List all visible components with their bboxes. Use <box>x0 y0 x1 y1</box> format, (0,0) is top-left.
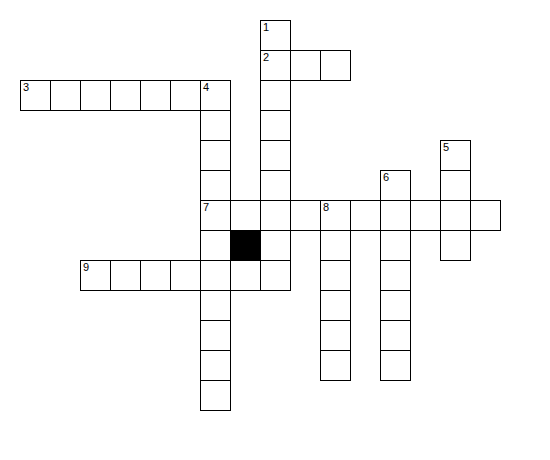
cell-r11-c10[interactable] <box>320 350 351 381</box>
cell-r8-c2[interactable]: 9 <box>80 260 111 291</box>
cell-r6-c7[interactable] <box>230 200 261 231</box>
clue-number-5: 5 <box>443 142 449 153</box>
cell-r6-c13[interactable] <box>410 200 441 231</box>
cell-r6-c9[interactable] <box>290 200 321 231</box>
cell-r1-c10[interactable] <box>320 50 351 81</box>
clue-number-4: 4 <box>203 82 209 93</box>
crossword-board: 123456789 <box>0 0 550 460</box>
cell-r9-c10[interactable] <box>320 290 351 321</box>
cell-r2-c0[interactable]: 3 <box>20 80 51 111</box>
clue-number-2: 2 <box>263 52 269 63</box>
cell-r12-c6[interactable] <box>200 380 231 411</box>
cell-r3-c6[interactable] <box>200 110 231 141</box>
cell-r11-c6[interactable] <box>200 350 231 381</box>
cell-r7-c12[interactable] <box>380 230 411 261</box>
cell-r2-c8[interactable] <box>260 80 291 111</box>
clue-number-8: 8 <box>323 202 329 213</box>
cell-r8-c6[interactable] <box>200 260 231 291</box>
cell-r8-c7[interactable] <box>230 260 261 291</box>
cell-r4-c14[interactable]: 5 <box>440 140 471 171</box>
cell-r6-c12[interactable] <box>380 200 411 231</box>
cell-r5-c12[interactable]: 6 <box>380 170 411 201</box>
clue-number-1: 1 <box>263 22 269 33</box>
cell-r5-c8[interactable] <box>260 170 291 201</box>
cell-r2-c5[interactable] <box>170 80 201 111</box>
cell-r8-c10[interactable] <box>320 260 351 291</box>
cell-r2-c4[interactable] <box>140 80 171 111</box>
cell-r6-c8[interactable] <box>260 200 291 231</box>
cell-r2-c3[interactable] <box>110 80 141 111</box>
cell-r1-c9[interactable] <box>290 50 321 81</box>
cell-r7-c14[interactable] <box>440 230 471 261</box>
cell-r8-c5[interactable] <box>170 260 201 291</box>
cell-r9-c6[interactable] <box>200 290 231 321</box>
cell-r7-c8[interactable] <box>260 230 291 261</box>
cell-r9-c12[interactable] <box>380 290 411 321</box>
cell-r7-c6[interactable] <box>200 230 231 261</box>
clue-number-6: 6 <box>383 172 389 183</box>
cell-r7-c10[interactable] <box>320 230 351 261</box>
cell-r11-c12[interactable] <box>380 350 411 381</box>
cell-r8-c4[interactable] <box>140 260 171 291</box>
cell-r6-c6[interactable]: 7 <box>200 200 231 231</box>
cell-r6-c15[interactable] <box>470 200 501 231</box>
cell-r5-c6[interactable] <box>200 170 231 201</box>
clue-number-3: 3 <box>23 82 29 93</box>
cell-r2-c2[interactable] <box>80 80 111 111</box>
cell-r0-c8[interactable]: 1 <box>260 20 291 51</box>
cell-r2-c1[interactable] <box>50 80 81 111</box>
cell-r2-c6[interactable]: 4 <box>200 80 231 111</box>
cell-r6-c11[interactable] <box>350 200 381 231</box>
cell-r4-c8[interactable] <box>260 140 291 171</box>
cell-r3-c8[interactable] <box>260 110 291 141</box>
cell-r10-c12[interactable] <box>380 320 411 351</box>
clue-number-9: 9 <box>83 262 89 273</box>
cell-r6-c10[interactable]: 8 <box>320 200 351 231</box>
cell-r1-c8[interactable]: 2 <box>260 50 291 81</box>
cell-r5-c14[interactable] <box>440 170 471 201</box>
cell-r6-c14[interactable] <box>440 200 471 231</box>
cell-r10-c6[interactable] <box>200 320 231 351</box>
cell-r8-c3[interactable] <box>110 260 141 291</box>
cell-r8-c12[interactable] <box>380 260 411 291</box>
clue-number-7: 7 <box>203 202 209 213</box>
cell-r10-c10[interactable] <box>320 320 351 351</box>
cell-r8-c8[interactable] <box>260 260 291 291</box>
blocked-cell <box>230 230 261 261</box>
crossword-page: 123456789 <box>0 0 550 460</box>
cell-r4-c6[interactable] <box>200 140 231 171</box>
